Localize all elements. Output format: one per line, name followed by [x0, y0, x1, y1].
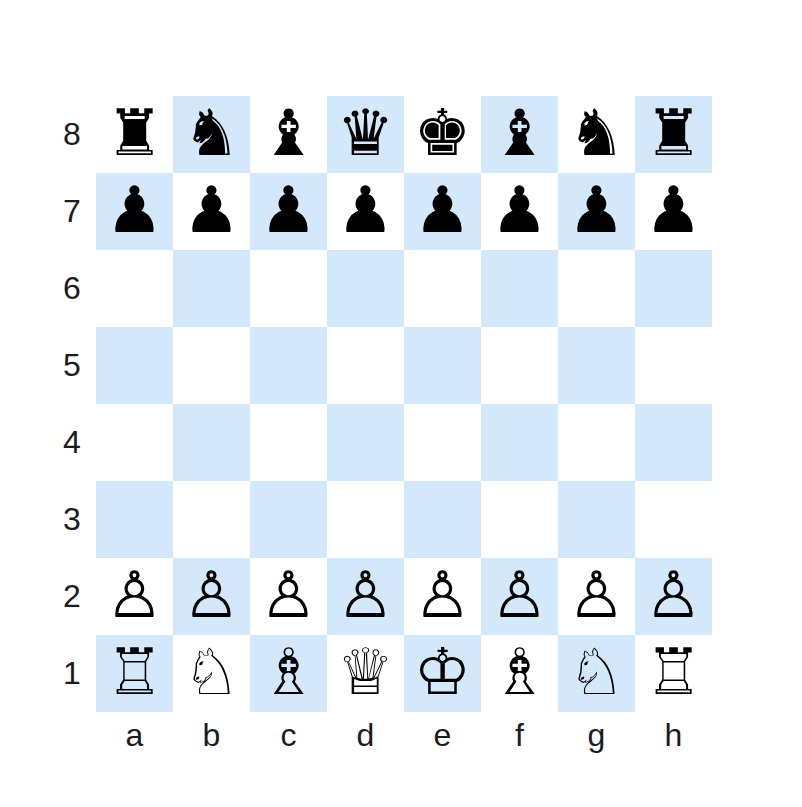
square-g6[interactable]: [558, 250, 635, 327]
square-d1[interactable]: ♕: [327, 635, 404, 712]
square-f7[interactable]: ♟: [481, 173, 558, 250]
square-b1[interactable]: ♘: [173, 635, 250, 712]
square-g2[interactable]: ♙: [558, 558, 635, 635]
square-d3[interactable]: [327, 481, 404, 558]
piece-white-rook[interactable]: ♖: [645, 640, 702, 704]
square-g7[interactable]: ♟: [558, 173, 635, 250]
square-d2[interactable]: ♙: [327, 558, 404, 635]
file-label-e: e: [404, 712, 481, 758]
square-c1[interactable]: ♗: [250, 635, 327, 712]
piece-black-king[interactable]: ♚: [414, 101, 471, 165]
piece-white-pawn[interactable]: ♙: [183, 563, 240, 627]
square-c5[interactable]: [250, 327, 327, 404]
square-b7[interactable]: ♟: [173, 173, 250, 250]
file-label-d: d: [327, 712, 404, 758]
piece-white-pawn[interactable]: ♙: [337, 563, 394, 627]
square-f3[interactable]: [481, 481, 558, 558]
square-e4[interactable]: [404, 404, 481, 481]
page: 8♜♞♝♛♚♝♞♜7♟♟♟♟♟♟♟♟65432♙♙♙♙♙♙♙♙1♖♘♗♕♔♗♘♖…: [0, 0, 802, 807]
square-h3[interactable]: [635, 481, 712, 558]
piece-black-rook[interactable]: ♜: [106, 101, 163, 165]
square-c7[interactable]: ♟: [250, 173, 327, 250]
piece-black-knight[interactable]: ♞: [568, 101, 625, 165]
square-g5[interactable]: [558, 327, 635, 404]
piece-black-bishop[interactable]: ♝: [260, 101, 317, 165]
square-d7[interactable]: ♟: [327, 173, 404, 250]
square-d8[interactable]: ♛: [327, 96, 404, 173]
square-d6[interactable]: [327, 250, 404, 327]
file-label-h: h: [635, 712, 712, 758]
piece-white-bishop[interactable]: ♗: [260, 640, 317, 704]
piece-black-pawn[interactable]: ♟: [260, 178, 317, 242]
square-g8[interactable]: ♞: [558, 96, 635, 173]
piece-white-knight[interactable]: ♘: [183, 640, 240, 704]
square-c8[interactable]: ♝: [250, 96, 327, 173]
piece-black-pawn[interactable]: ♟: [491, 178, 548, 242]
square-c4[interactable]: [250, 404, 327, 481]
square-e5[interactable]: [404, 327, 481, 404]
piece-white-pawn[interactable]: ♙: [568, 563, 625, 627]
square-h7[interactable]: ♟: [635, 173, 712, 250]
square-e8[interactable]: ♚: [404, 96, 481, 173]
file-label-a: a: [96, 712, 173, 758]
square-e6[interactable]: [404, 250, 481, 327]
chess-board: 8♜♞♝♛♚♝♞♜7♟♟♟♟♟♟♟♟65432♙♙♙♙♙♙♙♙1♖♘♗♕♔♗♘♖…: [48, 96, 802, 758]
rank-label-2: 2: [48, 558, 96, 635]
file-label-c: c: [250, 712, 327, 758]
square-e7[interactable]: ♟: [404, 173, 481, 250]
piece-black-pawn[interactable]: ♟: [568, 178, 625, 242]
piece-black-pawn[interactable]: ♟: [414, 178, 471, 242]
piece-black-pawn[interactable]: ♟: [337, 178, 394, 242]
square-g4[interactable]: [558, 404, 635, 481]
rank-label-7: 7: [48, 173, 96, 250]
square-f2[interactable]: ♙: [481, 558, 558, 635]
file-label-f: f: [481, 712, 558, 758]
square-e1[interactable]: ♔: [404, 635, 481, 712]
piece-black-pawn[interactable]: ♟: [183, 178, 240, 242]
rank-label-4: 4: [48, 404, 96, 481]
square-h8[interactable]: ♜: [635, 96, 712, 173]
square-d4[interactable]: [327, 404, 404, 481]
square-c6[interactable]: [250, 250, 327, 327]
rank-label-8: 8: [48, 96, 96, 173]
square-h6[interactable]: [635, 250, 712, 327]
square-e2[interactable]: ♙: [404, 558, 481, 635]
square-b8[interactable]: ♞: [173, 96, 250, 173]
square-a8[interactable]: ♜: [96, 96, 173, 173]
coordinate-corner-spacer: [48, 712, 96, 758]
square-h2[interactable]: ♙: [635, 558, 712, 635]
square-h4[interactable]: [635, 404, 712, 481]
rank-label-6: 6: [48, 250, 96, 327]
square-b2[interactable]: ♙: [173, 558, 250, 635]
piece-black-queen[interactable]: ♛: [337, 101, 394, 165]
square-f1[interactable]: ♗: [481, 635, 558, 712]
square-c2[interactable]: ♙: [250, 558, 327, 635]
piece-white-pawn[interactable]: ♙: [491, 563, 548, 627]
square-b6[interactable]: [173, 250, 250, 327]
square-b5[interactable]: [173, 327, 250, 404]
square-b3[interactable]: [173, 481, 250, 558]
square-h5[interactable]: [635, 327, 712, 404]
square-f5[interactable]: [481, 327, 558, 404]
square-g1[interactable]: ♘: [558, 635, 635, 712]
square-a1[interactable]: ♖: [96, 635, 173, 712]
rank-label-5: 5: [48, 327, 96, 404]
square-f4[interactable]: [481, 404, 558, 481]
square-d5[interactable]: [327, 327, 404, 404]
square-a4[interactable]: [96, 404, 173, 481]
piece-black-pawn[interactable]: ♟: [106, 178, 163, 242]
file-label-g: g: [558, 712, 635, 758]
piece-white-pawn[interactable]: ♙: [260, 563, 317, 627]
square-b4[interactable]: [173, 404, 250, 481]
square-c3[interactable]: [250, 481, 327, 558]
piece-black-rook[interactable]: ♜: [645, 101, 702, 165]
piece-black-knight[interactable]: ♞: [183, 101, 240, 165]
piece-white-queen[interactable]: ♕: [337, 640, 394, 704]
piece-white-bishop[interactable]: ♗: [491, 640, 548, 704]
rank-label-3: 3: [48, 481, 96, 558]
square-h1[interactable]: ♖: [635, 635, 712, 712]
piece-white-rook[interactable]: ♖: [106, 640, 163, 704]
piece-white-knight[interactable]: ♘: [568, 640, 625, 704]
square-a7[interactable]: ♟: [96, 173, 173, 250]
square-a3[interactable]: [96, 481, 173, 558]
rank-label-1: 1: [48, 635, 96, 712]
piece-white-pawn[interactable]: ♙: [414, 563, 471, 627]
square-f8[interactable]: ♝: [481, 96, 558, 173]
square-f6[interactable]: [481, 250, 558, 327]
piece-black-pawn[interactable]: ♟: [645, 178, 702, 242]
square-g3[interactable]: [558, 481, 635, 558]
square-e3[interactable]: [404, 481, 481, 558]
file-label-b: b: [173, 712, 250, 758]
square-a2[interactable]: ♙: [96, 558, 173, 635]
piece-white-pawn[interactable]: ♙: [645, 563, 702, 627]
piece-white-king[interactable]: ♔: [414, 640, 471, 704]
piece-white-pawn[interactable]: ♙: [106, 563, 163, 627]
square-a6[interactable]: [96, 250, 173, 327]
piece-black-bishop[interactable]: ♝: [491, 101, 548, 165]
square-a5[interactable]: [96, 327, 173, 404]
